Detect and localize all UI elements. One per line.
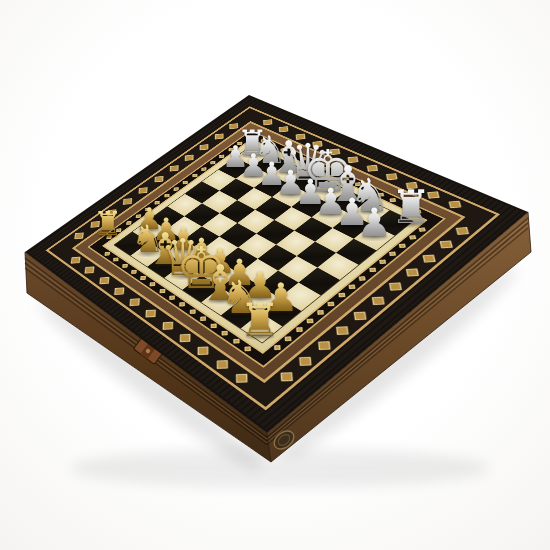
diamond-inlay-icon <box>244 347 250 352</box>
diamond-inlay-icon <box>71 257 81 264</box>
diamond-inlay-icon <box>307 319 313 324</box>
diamond-inlay-icon <box>163 322 173 330</box>
diamond-inlay-icon <box>281 372 293 381</box>
diamond-inlay-icon <box>154 176 163 182</box>
diamond-inlay-icon <box>456 227 469 235</box>
diamond-inlay-icon <box>170 165 179 171</box>
diamond-inlay-icon <box>183 181 188 184</box>
diamond-inlay-icon <box>74 232 83 239</box>
diamond-inlay-icon <box>210 161 215 164</box>
diamond-inlay-icon <box>169 296 174 300</box>
diamond-inlay-icon <box>146 310 156 318</box>
diamond-inlay-icon <box>130 298 140 306</box>
diamond-inlay-icon <box>399 244 406 248</box>
diamond-inlay-icon <box>328 302 335 306</box>
diamond-inlay-icon <box>409 236 416 240</box>
diamond-inlay-icon <box>105 252 110 256</box>
diamond-inlay-icon <box>164 194 169 198</box>
diamond-inlay-icon <box>318 341 330 350</box>
diamond-inlay-icon <box>369 268 376 272</box>
diamond-inlay-icon <box>200 317 206 321</box>
diamond-inlay-icon <box>99 277 109 284</box>
diamond-inlay-icon <box>354 312 367 320</box>
diamond-inlay-icon <box>339 293 346 297</box>
diamond-inlay-icon <box>318 310 324 315</box>
rook-glyph: ♜ <box>239 297 280 343</box>
diamond-inlay-icon <box>185 155 194 161</box>
diamond-inlay-icon <box>217 360 228 369</box>
diamond-inlay-icon <box>114 287 124 294</box>
diamond-inlay-icon <box>113 258 118 262</box>
diamond-inlay-icon <box>379 260 386 264</box>
diamond-inlay-icon <box>372 297 385 305</box>
diamond-inlay-icon <box>201 167 206 170</box>
diamond-inlay-icon <box>296 328 302 333</box>
diamond-inlay-icon <box>131 270 136 274</box>
diamond-inlay-icon <box>198 347 209 355</box>
diamond-inlay-icon <box>179 302 185 306</box>
diamond-inlay-icon <box>406 268 419 276</box>
diamond-inlay-icon <box>439 241 452 249</box>
diamond-inlay-icon <box>159 289 164 293</box>
diamond-inlay-icon <box>285 336 291 341</box>
diamond-inlay-icon <box>448 201 461 208</box>
diamond-inlay-icon <box>389 283 402 291</box>
diamond-inlay-icon <box>423 254 436 262</box>
diamond-inlay-icon <box>180 334 190 342</box>
rook-glyph: ♜ <box>390 184 432 231</box>
diamond-inlay-icon <box>211 324 217 328</box>
diamond-inlay-icon <box>349 285 356 289</box>
chess-set-photo: ♜♞♝♛♚♝♞♜♟♟♟♟♟♟♟♟♟♟♟♟♟♟♟♟♜♞♝♛♚♝♞♜ <box>0 0 550 550</box>
diamond-inlay-icon <box>222 331 228 335</box>
diamond-inlay-icon <box>389 252 396 256</box>
diamond-inlay-icon <box>300 357 312 366</box>
diamond-inlay-icon <box>336 326 348 335</box>
pawn-glyph: ♟ <box>357 203 392 242</box>
diamond-inlay-icon <box>123 198 132 204</box>
diamond-inlay-icon <box>122 264 127 268</box>
diamond-inlay-icon <box>174 187 179 190</box>
diamond-inlay-icon <box>150 283 155 287</box>
diamond-inlay-icon <box>139 187 148 193</box>
diamond-inlay-icon <box>192 174 197 177</box>
diamond-inlay-icon <box>85 267 95 274</box>
diamond-inlay-icon <box>236 374 247 383</box>
diamond-inlay-icon <box>190 309 196 313</box>
diamond-inlay-icon <box>140 276 145 280</box>
diamond-inlay-icon <box>233 339 239 344</box>
diamond-inlay-icon <box>359 276 366 280</box>
diamond-inlay-icon <box>200 144 208 150</box>
rook-glyph: ♜ <box>93 207 123 240</box>
